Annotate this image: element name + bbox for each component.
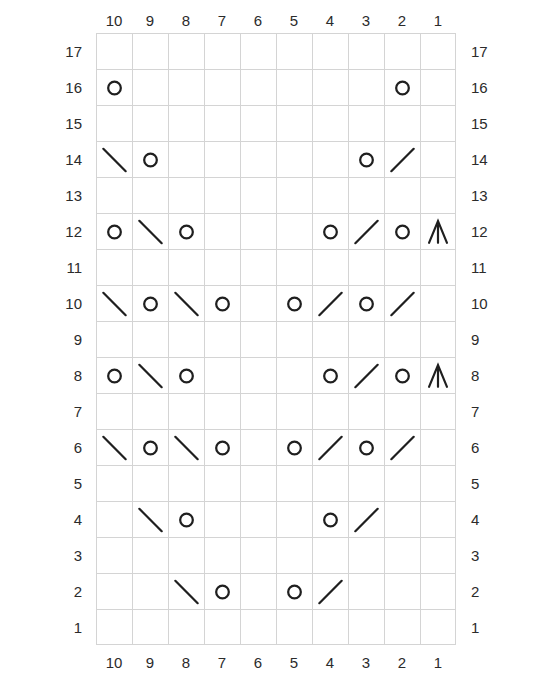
chart-cell — [240, 573, 276, 609]
chart-cell — [168, 249, 204, 285]
chart-cell — [240, 321, 276, 357]
chart-cell — [96, 213, 132, 249]
yarn-over-icon — [108, 81, 121, 94]
chart-cell — [384, 177, 420, 213]
chart-cell — [384, 33, 420, 69]
row-label-left: 17 — [0, 33, 96, 69]
row-label-left: 15 — [0, 105, 96, 141]
chart-cell — [384, 321, 420, 357]
chart-cell — [204, 321, 240, 357]
row-label-right: 4 — [456, 501, 554, 537]
row-label-right: 3 — [456, 537, 554, 573]
right-decrease-icon — [355, 364, 377, 386]
chart-cell — [276, 465, 312, 501]
chart-cell — [96, 105, 132, 141]
right-decrease-icon — [391, 292, 413, 314]
chart-cell — [96, 141, 132, 177]
chart-cell — [240, 249, 276, 285]
chart-cell — [204, 141, 240, 177]
chart-cell — [348, 429, 384, 465]
chart-cell — [132, 213, 168, 249]
chart-cell — [384, 501, 420, 537]
row-label-left: 4 — [0, 501, 96, 537]
row-label-left: 7 — [0, 393, 96, 429]
chart-cell — [276, 573, 312, 609]
right-decrease-icon — [391, 148, 413, 170]
yarn-over-icon — [144, 297, 157, 310]
left-decrease-icon — [103, 148, 125, 170]
chart-cell — [132, 69, 168, 105]
chart-cell — [420, 177, 456, 213]
chart-cell — [312, 429, 348, 465]
chart-cell — [132, 141, 168, 177]
left-decrease-icon — [103, 436, 125, 458]
chart-cell — [240, 285, 276, 321]
chart-cell — [312, 285, 348, 321]
chart-cell — [96, 609, 132, 645]
chart-cell — [240, 357, 276, 393]
chart-cell — [240, 537, 276, 573]
chart-cell — [420, 321, 456, 357]
column-label-bottom: 3 — [348, 645, 384, 690]
column-label-bottom: 1 — [420, 645, 456, 690]
chart-cell — [348, 609, 384, 645]
chart-cell — [420, 465, 456, 501]
chart-cell — [312, 573, 348, 609]
yarn-over-icon — [324, 369, 337, 382]
chart-cell — [204, 213, 240, 249]
chart-cell — [96, 33, 132, 69]
row-label-right: 12 — [456, 213, 554, 249]
chart-cell — [168, 177, 204, 213]
row-label-left: 12 — [0, 213, 96, 249]
chart-cell — [240, 501, 276, 537]
chart-cell — [132, 465, 168, 501]
chart-cell — [348, 537, 384, 573]
chart-cell — [312, 321, 348, 357]
yarn-over-icon — [288, 441, 301, 454]
chart-cell — [348, 105, 384, 141]
chart-cell — [276, 357, 312, 393]
left-decrease-icon — [175, 436, 197, 458]
chart-cell — [312, 213, 348, 249]
chart-cell — [312, 465, 348, 501]
chart-cell — [312, 33, 348, 69]
chart-cell — [420, 393, 456, 429]
chart-cell — [96, 393, 132, 429]
chart-cell — [96, 249, 132, 285]
chart-cell — [168, 213, 204, 249]
chart-cell — [204, 69, 240, 105]
chart-cell — [96, 501, 132, 537]
chart-cell — [132, 177, 168, 213]
right-decrease-icon — [319, 436, 341, 458]
yarn-over-icon — [216, 585, 229, 598]
chart-cell — [276, 33, 312, 69]
yarn-over-icon — [180, 513, 193, 526]
chart-cell — [348, 249, 384, 285]
chart-cell — [168, 33, 204, 69]
chart-cell — [276, 393, 312, 429]
chart-cell — [348, 141, 384, 177]
yarn-over-icon — [360, 297, 373, 310]
chart-cell — [384, 105, 420, 141]
chart-cell — [420, 105, 456, 141]
row-label-left: 11 — [0, 249, 96, 285]
row-label-left: 6 — [0, 429, 96, 465]
row-label-right: 5 — [456, 465, 554, 501]
chart-cell — [168, 465, 204, 501]
chart-cell — [96, 537, 132, 573]
column-label-top: 6 — [240, 0, 276, 33]
chart-cell — [240, 141, 276, 177]
chart-cell — [132, 429, 168, 465]
chart-cell — [348, 501, 384, 537]
column-label-bottom: 6 — [240, 645, 276, 690]
row-label-left: 1 — [0, 609, 96, 645]
chart-cell — [384, 573, 420, 609]
chart-cell — [132, 357, 168, 393]
chart-cell — [96, 465, 132, 501]
chart-cell — [96, 285, 132, 321]
chart-cell — [132, 393, 168, 429]
knitting-chart: 1010998877665544332211171716161515141413… — [0, 0, 554, 690]
chart-cell — [168, 393, 204, 429]
right-decrease-icon — [355, 220, 377, 242]
chart-cell — [240, 69, 276, 105]
chart-cell — [276, 321, 312, 357]
row-label-left: 2 — [0, 573, 96, 609]
chart-cell — [96, 573, 132, 609]
chart-cell — [348, 213, 384, 249]
row-label-right: 13 — [456, 177, 554, 213]
chart-cell — [204, 177, 240, 213]
chart-cell — [348, 573, 384, 609]
yarn-over-icon — [288, 297, 301, 310]
chart-cell — [276, 213, 312, 249]
chart-cell — [276, 537, 312, 573]
chart-cell — [204, 501, 240, 537]
chart-cell — [204, 393, 240, 429]
chart-cell — [204, 33, 240, 69]
row-label-left: 14 — [0, 141, 96, 177]
chart-cell — [384, 609, 420, 645]
chart-cell — [348, 285, 384, 321]
chart-cell — [240, 465, 276, 501]
chart-cell — [348, 357, 384, 393]
chart-cell — [132, 285, 168, 321]
row-label-right: 17 — [456, 33, 554, 69]
chart-cell — [168, 537, 204, 573]
chart-cell — [420, 285, 456, 321]
column-label-top: 9 — [132, 0, 168, 33]
column-label-top: 3 — [348, 0, 384, 33]
yarn-over-icon — [360, 153, 373, 166]
row-label-left: 16 — [0, 69, 96, 105]
chart-cell — [240, 213, 276, 249]
chart-cell — [348, 321, 384, 357]
row-label-left: 13 — [0, 177, 96, 213]
chart-cell — [204, 537, 240, 573]
chart-cell — [168, 429, 204, 465]
chart-cell — [384, 213, 420, 249]
row-label-left: 3 — [0, 537, 96, 573]
chart-cell — [96, 429, 132, 465]
chart-cell — [312, 105, 348, 141]
row-label-left: 8 — [0, 357, 96, 393]
yarn-over-icon — [396, 225, 409, 238]
chart-cell — [384, 285, 420, 321]
row-label-right: 11 — [456, 249, 554, 285]
chart-cell — [420, 429, 456, 465]
chart-cell — [204, 249, 240, 285]
chart-cell — [168, 357, 204, 393]
yarn-over-icon — [396, 81, 409, 94]
chart-cell — [168, 285, 204, 321]
chart-cell — [276, 105, 312, 141]
chart-cell — [384, 357, 420, 393]
right-decrease-icon — [355, 508, 377, 530]
chart-cell — [312, 177, 348, 213]
column-label-top: 4 — [312, 0, 348, 33]
row-label-right: 10 — [456, 285, 554, 321]
chart-cell — [312, 357, 348, 393]
chart-cell — [204, 105, 240, 141]
chart-cell — [132, 537, 168, 573]
chart-cell — [240, 33, 276, 69]
chart-cell — [132, 105, 168, 141]
chart-cell — [168, 573, 204, 609]
chart-cell — [240, 429, 276, 465]
chart-cell — [168, 609, 204, 645]
chart-cell — [420, 141, 456, 177]
chart-cell — [384, 249, 420, 285]
left-decrease-icon — [139, 364, 161, 386]
chart-cell — [420, 357, 456, 393]
row-label-right: 16 — [456, 69, 554, 105]
chart-cell — [132, 321, 168, 357]
column-label-bottom: 4 — [312, 645, 348, 690]
yarn-over-icon — [180, 369, 193, 382]
chart-cell — [312, 609, 348, 645]
chart-cell — [420, 69, 456, 105]
chart-cell — [240, 177, 276, 213]
chart-cell — [132, 573, 168, 609]
chart-cell — [132, 609, 168, 645]
yarn-over-icon — [324, 513, 337, 526]
chart-cell — [168, 501, 204, 537]
chart-cell — [276, 249, 312, 285]
chart-cell — [312, 249, 348, 285]
chart-cell — [204, 609, 240, 645]
chart-cell — [384, 69, 420, 105]
column-label-bottom: 10 — [96, 645, 132, 690]
column-label-bottom: 7 — [204, 645, 240, 690]
chart-cell — [420, 213, 456, 249]
left-decrease-icon — [139, 508, 161, 530]
chart-cell — [276, 285, 312, 321]
chart-cell — [204, 285, 240, 321]
chart-cell — [132, 501, 168, 537]
yarn-over-icon — [360, 441, 373, 454]
chart-cell — [420, 573, 456, 609]
row-label-left: 5 — [0, 465, 96, 501]
chart-cell — [420, 249, 456, 285]
chart-cell — [420, 33, 456, 69]
chart-cell — [240, 393, 276, 429]
chart-cell — [276, 141, 312, 177]
column-label-bottom: 5 — [276, 645, 312, 690]
column-label-top: 10 — [96, 0, 132, 33]
chart-cell — [168, 69, 204, 105]
row-label-right: 1 — [456, 609, 554, 645]
chart-cell — [240, 609, 276, 645]
chart-cell — [240, 105, 276, 141]
row-label-right: 6 — [456, 429, 554, 465]
row-label-left: 9 — [0, 321, 96, 357]
chart-cell — [348, 69, 384, 105]
chart-cell — [96, 177, 132, 213]
right-decrease-icon — [319, 580, 341, 602]
row-label-right: 15 — [456, 105, 554, 141]
left-decrease-icon — [139, 220, 161, 242]
chart-cell — [96, 69, 132, 105]
chart-cell — [420, 609, 456, 645]
yarn-over-icon — [180, 225, 193, 238]
chart-cell — [276, 69, 312, 105]
column-label-top: 8 — [168, 0, 204, 33]
chart-cell — [276, 501, 312, 537]
row-label-right: 8 — [456, 357, 554, 393]
yarn-over-icon — [144, 441, 157, 454]
row-label-right: 7 — [456, 393, 554, 429]
chart-cell — [204, 357, 240, 393]
chart-cell — [348, 33, 384, 69]
yarn-over-icon — [108, 369, 121, 382]
chart-cell — [384, 393, 420, 429]
chart-cell — [168, 105, 204, 141]
left-decrease-icon — [175, 580, 197, 602]
chart-cell — [168, 321, 204, 357]
left-decrease-icon — [103, 292, 125, 314]
chart-cell — [348, 465, 384, 501]
column-label-bottom: 9 — [132, 645, 168, 690]
chart-cell — [384, 141, 420, 177]
column-label-top: 1 — [420, 0, 456, 33]
chart-cell — [312, 393, 348, 429]
chart-cell — [132, 249, 168, 285]
column-label-bottom: 2 — [384, 645, 420, 690]
chart-cell — [96, 321, 132, 357]
row-label-right: 14 — [456, 141, 554, 177]
chart-cell — [276, 609, 312, 645]
column-label-top: 5 — [276, 0, 312, 33]
yarn-over-icon — [108, 225, 121, 238]
yarn-over-icon — [396, 369, 409, 382]
chart-cell — [420, 537, 456, 573]
chart-cell — [204, 429, 240, 465]
chart-cell — [204, 573, 240, 609]
yarn-over-icon — [324, 225, 337, 238]
chart-cell — [132, 33, 168, 69]
yarn-over-icon — [216, 441, 229, 454]
left-decrease-icon — [175, 292, 197, 314]
yarn-over-icon — [288, 585, 301, 598]
yarn-over-icon — [216, 297, 229, 310]
chart-cell — [312, 69, 348, 105]
chart-cell — [348, 177, 384, 213]
chart-cell — [96, 357, 132, 393]
chart-cell — [384, 537, 420, 573]
chart-cell — [312, 537, 348, 573]
chart-cell — [384, 465, 420, 501]
chart-cell — [168, 141, 204, 177]
right-decrease-icon — [319, 292, 341, 314]
chart-cell — [348, 393, 384, 429]
column-label-bottom: 8 — [168, 645, 204, 690]
chart-cell — [276, 177, 312, 213]
row-label-right: 2 — [456, 573, 554, 609]
column-label-top: 7 — [204, 0, 240, 33]
chart-cell — [276, 429, 312, 465]
chart-cell — [384, 429, 420, 465]
chart-cell — [312, 141, 348, 177]
column-label-top: 2 — [384, 0, 420, 33]
row-label-left: 10 — [0, 285, 96, 321]
right-decrease-icon — [391, 436, 413, 458]
chart-cell — [312, 501, 348, 537]
row-label-right: 9 — [456, 321, 554, 357]
yarn-over-icon — [144, 153, 157, 166]
chart-cell — [204, 465, 240, 501]
chart-cell — [420, 501, 456, 537]
